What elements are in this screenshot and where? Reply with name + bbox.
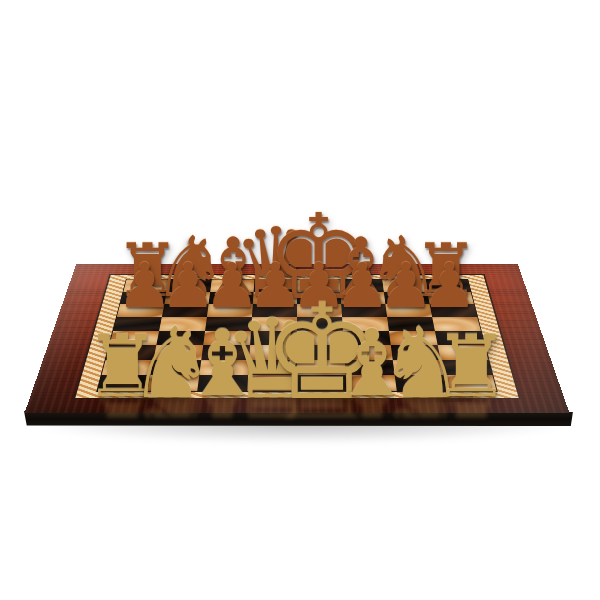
piece-white-rook-h1[interactable]: ♜	[429, 323, 515, 409]
chess-set-product-photo: ♜♞♝♛♚♝♞♜♟♟♟♟♟♟♟♟♜♜♞♞♝♝♛♛♚♚♝♝♞♞♜♜	[0, 0, 600, 600]
